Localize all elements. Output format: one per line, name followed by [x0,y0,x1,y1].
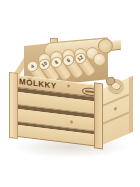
side-slat-gap [102,112,129,125]
throwing-pin-end-cap [97,38,113,54]
front-left-corner-post [9,72,18,139]
wood-knot [114,107,117,111]
wood-knot [70,120,73,123]
pin-number: 12 [77,55,84,62]
front-right-corner-post [94,82,103,149]
registered-trademark: ® [67,83,70,88]
pin-number: 6 [66,58,71,64]
pin-number: 4 [30,64,35,70]
crate-front-face: MÖLKKY ® [10,74,102,147]
pin-number: 8 [54,60,59,66]
pin-top [93,53,106,66]
product-photo: 4 10 8 6 12 MÖLKKY ® [0,0,140,187]
side-slat-gap [102,94,129,107]
pin-number: 10 [41,61,48,68]
